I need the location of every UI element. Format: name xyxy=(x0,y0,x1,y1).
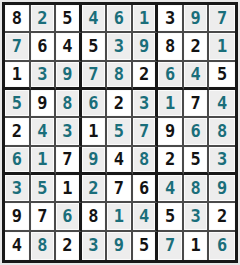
cell-r1c9[interactable]: 7 xyxy=(209,5,235,33)
cell-r9c4[interactable]: 3 xyxy=(82,232,108,260)
cell-r9c2[interactable]: 8 xyxy=(31,232,57,260)
cell-r8c8[interactable]: 3 xyxy=(184,203,210,231)
cell-r8c4[interactable]: 8 xyxy=(82,203,108,231)
cell-r9c3[interactable]: 2 xyxy=(56,232,82,260)
cell-r1c3[interactable]: 5 xyxy=(56,5,82,33)
cell-r5c3[interactable]: 3 xyxy=(56,118,82,146)
cell-r4c3[interactable]: 8 xyxy=(56,90,82,118)
cell-r3c7[interactable]: 6 xyxy=(158,62,184,90)
cell-r8c1[interactable]: 9 xyxy=(5,203,31,231)
cell-r3c9[interactable]: 5 xyxy=(209,62,235,90)
cell-r6c5[interactable]: 4 xyxy=(107,147,133,175)
cell-r7c4[interactable]: 2 xyxy=(82,175,108,203)
cell-r5c5[interactable]: 5 xyxy=(107,118,133,146)
cell-r5c4[interactable]: 1 xyxy=(82,118,108,146)
cell-r8c7[interactable]: 5 xyxy=(158,203,184,231)
cell-r7c9[interactable]: 9 xyxy=(209,175,235,203)
cell-r3c1[interactable]: 1 xyxy=(5,62,31,90)
cell-r1c1[interactable]: 8 xyxy=(5,5,31,33)
cell-r4c8[interactable]: 7 xyxy=(184,90,210,118)
cell-r2c7[interactable]: 8 xyxy=(158,33,184,61)
cell-r4c6[interactable]: 3 xyxy=(133,90,159,118)
cell-r3c3[interactable]: 9 xyxy=(56,62,82,90)
cell-r7c5[interactable]: 7 xyxy=(107,175,133,203)
cell-r2c4[interactable]: 5 xyxy=(82,33,108,61)
cell-r5c2[interactable]: 4 xyxy=(31,118,57,146)
cell-r7c8[interactable]: 8 xyxy=(184,175,210,203)
cell-r1c6[interactable]: 1 xyxy=(133,5,159,33)
cell-r8c2[interactable]: 7 xyxy=(31,203,57,231)
cell-r9c5[interactable]: 9 xyxy=(107,232,133,260)
cell-r1c4[interactable]: 4 xyxy=(82,5,108,33)
cell-r3c2[interactable]: 3 xyxy=(31,62,57,90)
sudoku-board: 8254613977645398211397826455986231742431… xyxy=(2,2,238,263)
cell-r2c5[interactable]: 3 xyxy=(107,33,133,61)
cell-r2c1[interactable]: 7 xyxy=(5,33,31,61)
cell-r6c6[interactable]: 8 xyxy=(133,147,159,175)
cell-r4c4[interactable]: 6 xyxy=(82,90,108,118)
cell-r9c9[interactable]: 6 xyxy=(209,232,235,260)
cell-r6c1[interactable]: 6 xyxy=(5,147,31,175)
cell-r4c9[interactable]: 4 xyxy=(209,90,235,118)
cell-r6c9[interactable]: 3 xyxy=(209,147,235,175)
cell-r7c7[interactable]: 4 xyxy=(158,175,184,203)
cell-r8c6[interactable]: 4 xyxy=(133,203,159,231)
cell-r3c8[interactable]: 4 xyxy=(184,62,210,90)
cell-r5c7[interactable]: 9 xyxy=(158,118,184,146)
cell-r2c9[interactable]: 1 xyxy=(209,33,235,61)
cell-r8c3[interactable]: 6 xyxy=(56,203,82,231)
cell-r8c5[interactable]: 1 xyxy=(107,203,133,231)
cell-r8c9[interactable]: 2 xyxy=(209,203,235,231)
cell-r5c6[interactable]: 7 xyxy=(133,118,159,146)
cell-r9c7[interactable]: 7 xyxy=(158,232,184,260)
cell-r7c6[interactable]: 6 xyxy=(133,175,159,203)
cell-r2c8[interactable]: 2 xyxy=(184,33,210,61)
cell-r4c1[interactable]: 5 xyxy=(5,90,31,118)
cell-r2c3[interactable]: 4 xyxy=(56,33,82,61)
cell-r6c8[interactable]: 5 xyxy=(184,147,210,175)
cell-r4c5[interactable]: 2 xyxy=(107,90,133,118)
cell-r6c3[interactable]: 7 xyxy=(56,147,82,175)
cell-r1c7[interactable]: 3 xyxy=(158,5,184,33)
cell-r9c1[interactable]: 4 xyxy=(5,232,31,260)
cell-r1c5[interactable]: 6 xyxy=(107,5,133,33)
cell-r5c8[interactable]: 6 xyxy=(184,118,210,146)
cell-r2c6[interactable]: 9 xyxy=(133,33,159,61)
cell-r5c1[interactable]: 2 xyxy=(5,118,31,146)
cell-r3c6[interactable]: 2 xyxy=(133,62,159,90)
cell-r3c5[interactable]: 8 xyxy=(107,62,133,90)
cell-r7c2[interactable]: 5 xyxy=(31,175,57,203)
cell-r6c4[interactable]: 9 xyxy=(82,147,108,175)
cell-r4c2[interactable]: 9 xyxy=(31,90,57,118)
cell-r2c2[interactable]: 6 xyxy=(31,33,57,61)
cell-r3c4[interactable]: 7 xyxy=(82,62,108,90)
cell-r6c2[interactable]: 1 xyxy=(31,147,57,175)
cell-r7c3[interactable]: 1 xyxy=(56,175,82,203)
cell-r5c9[interactable]: 8 xyxy=(209,118,235,146)
cell-r9c6[interactable]: 5 xyxy=(133,232,159,260)
cell-r1c8[interactable]: 9 xyxy=(184,5,210,33)
cell-r4c7[interactable]: 1 xyxy=(158,90,184,118)
cell-r9c8[interactable]: 1 xyxy=(184,232,210,260)
cell-r6c7[interactable]: 2 xyxy=(158,147,184,175)
cell-r7c1[interactable]: 3 xyxy=(5,175,31,203)
cell-r1c2[interactable]: 2 xyxy=(31,5,57,33)
